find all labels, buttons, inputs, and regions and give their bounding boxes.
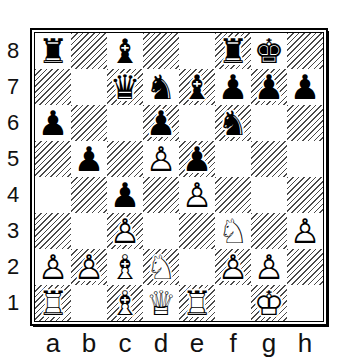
square-g8[interactable]: ♚ xyxy=(251,33,287,69)
chess-diagram: 87654321 ♜♝♜♚♛♞♝♟♟♟♟♟♞♟♟♙♟♟♟♙♟♙♞♘♟♙♟♙♟♙♝… xyxy=(0,0,360,360)
square-a5[interactable] xyxy=(35,141,71,177)
black-pawn-icon: ♟ xyxy=(71,141,107,177)
file-label-c: c xyxy=(107,329,143,357)
white-rook-icon: ♜♖ xyxy=(179,285,215,321)
square-d2[interactable]: ♞♘ xyxy=(143,249,179,285)
square-h4[interactable] xyxy=(287,177,323,213)
square-b6[interactable] xyxy=(71,105,107,141)
square-g2[interactable]: ♟♙ xyxy=(251,249,287,285)
square-a4[interactable] xyxy=(35,177,71,213)
file-labels: abcdefgh xyxy=(35,329,323,357)
white-pawn-icon: ♟♙ xyxy=(215,249,251,285)
rank-label-7: 7 xyxy=(0,69,26,105)
square-d8[interactable] xyxy=(143,33,179,69)
black-king-icon: ♚ xyxy=(251,33,287,69)
square-f2[interactable]: ♟♙ xyxy=(215,249,251,285)
square-a8[interactable]: ♜ xyxy=(35,33,71,69)
square-c7[interactable]: ♛ xyxy=(107,69,143,105)
square-e7[interactable]: ♝ xyxy=(179,69,215,105)
rank-label-2: 2 xyxy=(0,249,26,285)
square-h8[interactable] xyxy=(287,33,323,69)
white-pawn-icon: ♟♙ xyxy=(71,249,107,285)
square-e1[interactable]: ♜♖ xyxy=(179,285,215,321)
white-bishop-icon: ♝♗ xyxy=(107,285,143,321)
square-f8[interactable]: ♜ xyxy=(215,33,251,69)
square-d4[interactable] xyxy=(143,177,179,213)
black-pawn-icon: ♟ xyxy=(143,105,179,141)
file-label-b: b xyxy=(71,329,107,357)
board-frame: ♜♝♜♚♛♞♝♟♟♟♟♟♞♟♟♙♟♟♟♙♟♙♞♘♟♙♟♙♟♙♝♗♞♘♟♙♟♙♜♖… xyxy=(30,28,328,326)
rank-label-1: 1 xyxy=(0,285,26,321)
white-pawn-icon: ♟♙ xyxy=(35,249,71,285)
black-rook-icon: ♜ xyxy=(35,33,71,69)
black-pawn-icon: ♟ xyxy=(251,69,287,105)
square-a3[interactable] xyxy=(35,213,71,249)
square-h3[interactable]: ♟♙ xyxy=(287,213,323,249)
black-pawn-icon: ♟ xyxy=(35,105,71,141)
square-h5[interactable] xyxy=(287,141,323,177)
square-g4[interactable] xyxy=(251,177,287,213)
square-g1[interactable]: ♚♔ xyxy=(251,285,287,321)
square-e6[interactable] xyxy=(179,105,215,141)
square-b2[interactable]: ♟♙ xyxy=(71,249,107,285)
black-bishop-icon: ♝ xyxy=(179,69,215,105)
square-c5[interactable] xyxy=(107,141,143,177)
square-a2[interactable]: ♟♙ xyxy=(35,249,71,285)
square-e8[interactable] xyxy=(179,33,215,69)
square-e4[interactable]: ♟♙ xyxy=(179,177,215,213)
white-pawn-icon: ♟♙ xyxy=(143,141,179,177)
white-knight-icon: ♞♘ xyxy=(143,249,179,285)
square-b5[interactable]: ♟ xyxy=(71,141,107,177)
white-knight-icon: ♞♘ xyxy=(215,213,251,249)
black-knight-icon: ♞ xyxy=(215,105,251,141)
square-g6[interactable] xyxy=(251,105,287,141)
file-label-d: d xyxy=(143,329,179,357)
rank-label-5: 5 xyxy=(0,141,26,177)
black-pawn-icon: ♟ xyxy=(215,69,251,105)
white-king-icon: ♚♔ xyxy=(251,285,287,321)
square-c6[interactable] xyxy=(107,105,143,141)
square-f4[interactable] xyxy=(215,177,251,213)
rank-labels: 87654321 xyxy=(0,33,26,321)
square-d3[interactable] xyxy=(143,213,179,249)
square-d6[interactable]: ♟ xyxy=(143,105,179,141)
square-a6[interactable]: ♟ xyxy=(35,105,71,141)
square-h1[interactable] xyxy=(287,285,323,321)
black-pawn-icon: ♟ xyxy=(107,177,143,213)
square-c8[interactable]: ♝ xyxy=(107,33,143,69)
black-queen-icon: ♛ xyxy=(107,69,143,105)
square-f7[interactable]: ♟ xyxy=(215,69,251,105)
rank-label-4: 4 xyxy=(0,177,26,213)
file-label-f: f xyxy=(215,329,251,357)
white-queen-icon: ♛♕ xyxy=(143,285,179,321)
square-d7[interactable]: ♞ xyxy=(143,69,179,105)
square-d1[interactable]: ♛♕ xyxy=(143,285,179,321)
square-g7[interactable]: ♟ xyxy=(251,69,287,105)
black-knight-icon: ♞ xyxy=(143,69,179,105)
square-h7[interactable]: ♟ xyxy=(287,69,323,105)
square-c4[interactable]: ♟ xyxy=(107,177,143,213)
square-e2[interactable] xyxy=(179,249,215,285)
black-bishop-icon: ♝ xyxy=(107,33,143,69)
square-a1[interactable]: ♜♖ xyxy=(35,285,71,321)
square-f3[interactable]: ♞♘ xyxy=(215,213,251,249)
chess-board: ♜♝♜♚♛♞♝♟♟♟♟♟♞♟♟♙♟♟♟♙♟♙♞♘♟♙♟♙♟♙♝♗♞♘♟♙♟♙♜♖… xyxy=(34,32,324,322)
square-e3[interactable] xyxy=(179,213,215,249)
square-h2[interactable] xyxy=(287,249,323,285)
square-b8[interactable] xyxy=(71,33,107,69)
square-c3[interactable]: ♟♙ xyxy=(107,213,143,249)
file-label-a: a xyxy=(35,329,71,357)
square-f5[interactable] xyxy=(215,141,251,177)
rank-label-8: 8 xyxy=(0,33,26,69)
black-rook-icon: ♜ xyxy=(215,33,251,69)
square-g3[interactable] xyxy=(251,213,287,249)
square-h6[interactable] xyxy=(287,105,323,141)
square-c1[interactable]: ♝♗ xyxy=(107,285,143,321)
square-f6[interactable]: ♞ xyxy=(215,105,251,141)
file-label-g: g xyxy=(251,329,287,357)
square-b4[interactable] xyxy=(71,177,107,213)
square-b7[interactable] xyxy=(71,69,107,105)
file-label-e: e xyxy=(179,329,215,357)
square-b1[interactable] xyxy=(71,285,107,321)
white-pawn-icon: ♟♙ xyxy=(287,213,323,249)
file-label-h: h xyxy=(287,329,323,357)
square-f1[interactable] xyxy=(215,285,251,321)
square-d5[interactable]: ♟♙ xyxy=(143,141,179,177)
square-b3[interactable] xyxy=(71,213,107,249)
white-pawn-icon: ♟♙ xyxy=(179,177,215,213)
rank-label-3: 3 xyxy=(0,213,26,249)
white-rook-icon: ♜♖ xyxy=(35,285,71,321)
square-c2[interactable]: ♝♗ xyxy=(107,249,143,285)
white-pawn-icon: ♟♙ xyxy=(107,213,143,249)
white-pawn-icon: ♟♙ xyxy=(251,249,287,285)
black-pawn-icon: ♟ xyxy=(179,141,215,177)
rank-label-6: 6 xyxy=(0,105,26,141)
white-bishop-icon: ♝♗ xyxy=(107,249,143,285)
square-g5[interactable] xyxy=(251,141,287,177)
black-pawn-icon: ♟ xyxy=(287,69,323,105)
square-e5[interactable]: ♟ xyxy=(179,141,215,177)
square-a7[interactable] xyxy=(35,69,71,105)
